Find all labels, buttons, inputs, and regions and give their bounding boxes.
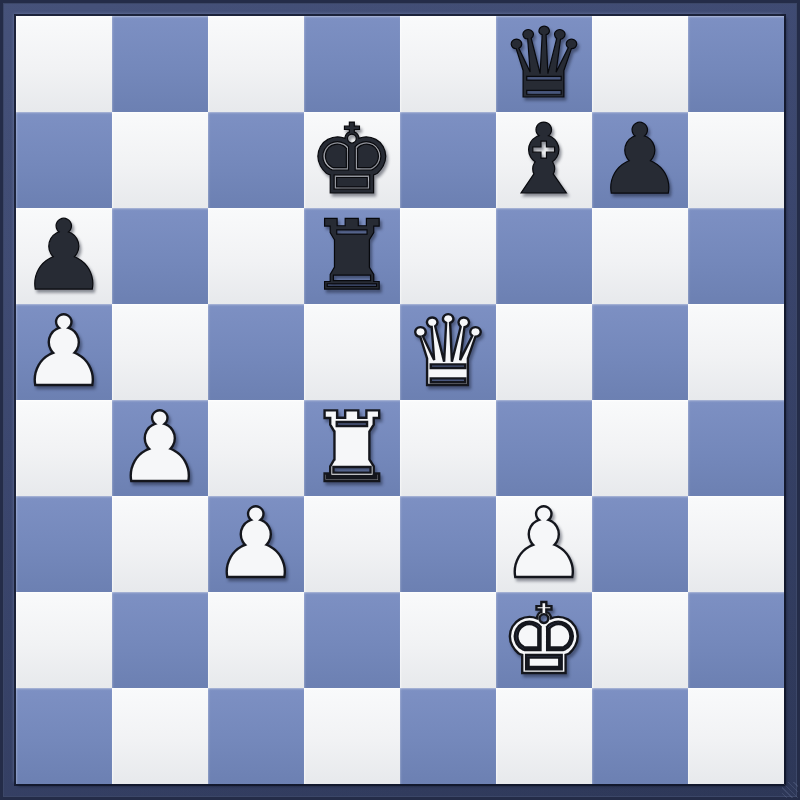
square-a6[interactable]: ♟ [16, 208, 112, 304]
corner-grip-icon [782, 782, 798, 798]
square-g7[interactable]: ♟ [592, 112, 688, 208]
piece-white-pawn-c3[interactable]: ♟ [208, 496, 304, 592]
square-h3[interactable] [688, 496, 784, 592]
square-a4[interactable] [16, 400, 112, 496]
square-b8[interactable] [112, 16, 208, 112]
square-a2[interactable] [16, 592, 112, 688]
square-h5[interactable] [688, 304, 784, 400]
square-f8[interactable]: ♛ [496, 16, 592, 112]
square-d3[interactable] [304, 496, 400, 592]
piece-black-rook-d6[interactable]: ♜ [304, 208, 400, 304]
square-f4[interactable] [496, 400, 592, 496]
board-frame: ♛♚♝♟♟♜♟♛♟♜♟♟♚ [0, 0, 800, 800]
square-f5[interactable] [496, 304, 592, 400]
piece-black-bishop-f7[interactable]: ♝ [496, 112, 592, 208]
square-g2[interactable] [592, 592, 688, 688]
square-e4[interactable] [400, 400, 496, 496]
piece-white-rook-d4[interactable]: ♜ [304, 400, 400, 496]
square-g8[interactable] [592, 16, 688, 112]
square-e1[interactable] [400, 688, 496, 784]
piece-white-pawn-a5[interactable]: ♟ [16, 304, 112, 400]
piece-white-pawn-f3[interactable]: ♟ [496, 496, 592, 592]
square-c3[interactable]: ♟ [208, 496, 304, 592]
chess-board: ♛♚♝♟♟♜♟♛♟♜♟♟♚ [16, 16, 784, 784]
piece-white-queen-e5[interactable]: ♛ [400, 304, 496, 400]
square-a7[interactable] [16, 112, 112, 208]
square-e6[interactable] [400, 208, 496, 304]
square-f3[interactable]: ♟ [496, 496, 592, 592]
square-e2[interactable] [400, 592, 496, 688]
square-e8[interactable] [400, 16, 496, 112]
square-c2[interactable] [208, 592, 304, 688]
square-d2[interactable] [304, 592, 400, 688]
piece-white-king-f2[interactable]: ♚ [496, 592, 592, 688]
square-a3[interactable] [16, 496, 112, 592]
square-c5[interactable] [208, 304, 304, 400]
square-f1[interactable] [496, 688, 592, 784]
square-a1[interactable] [16, 688, 112, 784]
square-f7[interactable]: ♝ [496, 112, 592, 208]
square-g4[interactable] [592, 400, 688, 496]
square-a8[interactable] [16, 16, 112, 112]
square-f6[interactable] [496, 208, 592, 304]
square-d5[interactable] [304, 304, 400, 400]
square-c7[interactable] [208, 112, 304, 208]
square-f2[interactable]: ♚ [496, 592, 592, 688]
square-c4[interactable] [208, 400, 304, 496]
square-b7[interactable] [112, 112, 208, 208]
square-h6[interactable] [688, 208, 784, 304]
square-g6[interactable] [592, 208, 688, 304]
square-g5[interactable] [592, 304, 688, 400]
square-d7[interactable]: ♚ [304, 112, 400, 208]
piece-black-pawn-g7[interactable]: ♟ [592, 112, 688, 208]
square-g3[interactable] [592, 496, 688, 592]
square-e7[interactable] [400, 112, 496, 208]
square-b5[interactable] [112, 304, 208, 400]
square-h1[interactable] [688, 688, 784, 784]
square-c1[interactable] [208, 688, 304, 784]
square-e5[interactable]: ♛ [400, 304, 496, 400]
square-a5[interactable]: ♟ [16, 304, 112, 400]
square-b2[interactable] [112, 592, 208, 688]
square-b6[interactable] [112, 208, 208, 304]
piece-black-queen-f8[interactable]: ♛ [496, 16, 592, 112]
piece-black-pawn-a6[interactable]: ♟ [16, 208, 112, 304]
square-b4[interactable]: ♟ [112, 400, 208, 496]
piece-white-pawn-b4[interactable]: ♟ [112, 400, 208, 496]
piece-black-king-d7[interactable]: ♚ [304, 112, 400, 208]
square-c6[interactable] [208, 208, 304, 304]
square-e3[interactable] [400, 496, 496, 592]
square-d6[interactable]: ♜ [304, 208, 400, 304]
square-d4[interactable]: ♜ [304, 400, 400, 496]
square-h4[interactable] [688, 400, 784, 496]
square-d8[interactable] [304, 16, 400, 112]
square-h7[interactable] [688, 112, 784, 208]
square-d1[interactable] [304, 688, 400, 784]
square-g1[interactable] [592, 688, 688, 784]
square-b3[interactable] [112, 496, 208, 592]
square-c8[interactable] [208, 16, 304, 112]
square-h2[interactable] [688, 592, 784, 688]
square-b1[interactable] [112, 688, 208, 784]
square-h8[interactable] [688, 16, 784, 112]
